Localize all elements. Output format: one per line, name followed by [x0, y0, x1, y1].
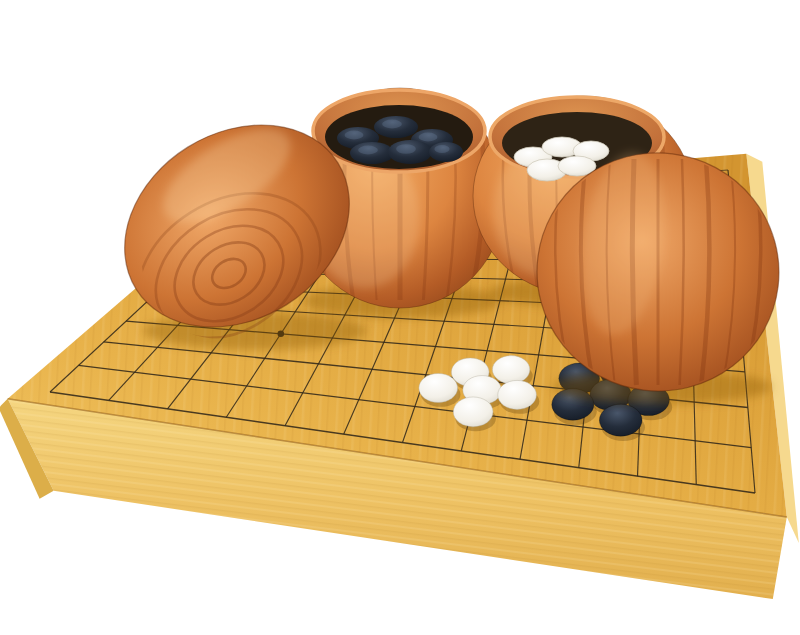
white-stone	[453, 397, 493, 427]
stone-sheen	[382, 120, 402, 129]
white-stone	[419, 373, 458, 402]
go-scene	[0, 0, 800, 635]
white-stone	[492, 356, 529, 384]
stone-sheen	[419, 133, 438, 142]
stone-sheen	[358, 146, 378, 155]
white-stone	[498, 380, 537, 409]
stone-sheen	[434, 145, 449, 153]
black-stone	[599, 404, 642, 436]
go-set-photo	[0, 0, 800, 635]
stone-sheen	[396, 144, 416, 154]
stone-sheen	[345, 131, 364, 140]
